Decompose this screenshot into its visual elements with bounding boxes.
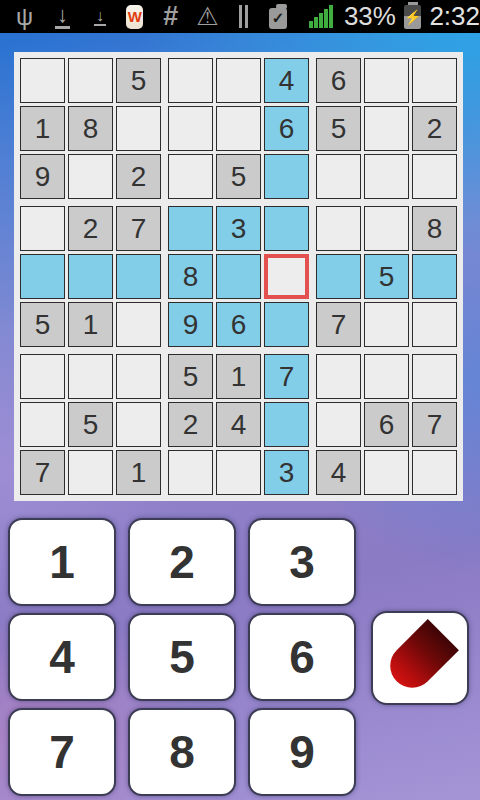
usb-icon: ψ [16,5,33,29]
cell-r3c2[interactable] [68,154,113,199]
clock-time: 2:32 [429,1,480,32]
box-6: 857 [316,206,457,347]
cell-r4c2[interactable]: 2 [68,206,113,251]
cell-r2c1[interactable]: 1 [20,106,65,151]
cell-r6c7[interactable]: 7 [316,302,361,347]
cell-r1c8[interactable] [364,58,409,103]
cell-r5c6[interactable] [264,254,309,299]
cell-r8c8[interactable]: 6 [364,402,409,447]
cell-r7c2[interactable] [68,354,113,399]
cell-r5c7[interactable] [316,254,361,299]
cell-r1c1[interactable] [20,58,65,103]
sim-bars-icon [239,5,251,28]
cell-r7c1[interactable] [20,354,65,399]
cell-r5c8[interactable]: 5 [364,254,409,299]
eraser-icon [381,619,459,697]
cell-r7c6[interactable]: 7 [264,354,309,399]
cell-r5c5[interactable] [216,254,261,299]
cell-r8c9[interactable]: 7 [412,402,457,447]
cell-r8c1[interactable] [20,402,65,447]
key-2[interactable]: 2 [128,518,236,606]
cell-r2c6[interactable]: 6 [264,106,309,151]
cell-r4c7[interactable] [316,206,361,251]
signal-strength-icon [309,5,334,28]
app-notification-icon: W [126,5,143,29]
cell-r3c4[interactable] [168,154,213,199]
cell-r3c7[interactable] [316,154,361,199]
cell-r1c4[interactable] [168,58,213,103]
cell-r8c7[interactable] [316,402,361,447]
box-3: 652 [316,58,457,199]
box-5: 3896 [168,206,309,347]
key-7[interactable]: 7 [8,708,116,796]
cell-r6c3[interactable] [116,302,161,347]
cell-r9c9[interactable] [412,450,457,495]
cell-r3c8[interactable] [364,154,409,199]
box-2: 465 [168,58,309,199]
key-3[interactable]: 3 [248,518,356,606]
box-7: 571 [20,354,161,495]
cell-r4c5[interactable]: 3 [216,206,261,251]
cell-r7c8[interactable] [364,354,409,399]
cell-r2c9[interactable]: 2 [412,106,457,151]
key-6[interactable]: 6 [248,613,356,701]
key-8[interactable]: 8 [128,708,236,796]
cell-r3c3[interactable]: 2 [116,154,161,199]
cell-r9c3[interactable]: 1 [116,450,161,495]
download-small-icon: ↓ [94,8,106,26]
key-9[interactable]: 9 [248,708,356,796]
cell-r7c9[interactable] [412,354,457,399]
cell-r9c7[interactable]: 4 [316,450,361,495]
cell-r6c4[interactable]: 9 [168,302,213,347]
box-8: 517243 [168,354,309,495]
cell-r9c8[interactable] [364,450,409,495]
cell-r2c3[interactable] [116,106,161,151]
cell-r1c5[interactable] [216,58,261,103]
cell-r8c6[interactable] [264,402,309,447]
warning-icon: ⚠ [196,4,218,29]
cell-r1c6[interactable]: 4 [264,58,309,103]
key-5[interactable]: 5 [128,613,236,701]
key-4[interactable]: 4 [8,613,116,701]
cell-r5c3[interactable] [116,254,161,299]
cell-r1c9[interactable] [412,58,457,103]
cell-r9c6[interactable]: 3 [264,450,309,495]
box-4: 2751 [20,206,161,347]
battery-percent: 33% [344,1,396,32]
cell-r7c5[interactable]: 1 [216,354,261,399]
cell-r7c4[interactable]: 5 [168,354,213,399]
cell-r6c9[interactable] [412,302,457,347]
cell-r5c9[interactable] [412,254,457,299]
cell-r4c3[interactable]: 7 [116,206,161,251]
cell-r3c5[interactable]: 5 [216,154,261,199]
cell-r1c3[interactable]: 5 [116,58,161,103]
cell-r1c2[interactable] [68,58,113,103]
cell-r2c4[interactable] [168,106,213,151]
cell-r4c1[interactable] [20,206,65,251]
hash-icon: # [163,3,178,30]
eraser-button[interactable] [371,611,469,705]
box-1: 51892 [20,58,161,199]
cell-r9c2[interactable] [68,450,113,495]
cell-r8c5[interactable]: 4 [216,402,261,447]
cell-r7c7[interactable] [316,354,361,399]
cell-r2c2[interactable]: 8 [68,106,113,151]
cell-r4c4[interactable] [168,206,213,251]
cell-r2c5[interactable] [216,106,261,151]
cell-r9c4[interactable] [168,450,213,495]
cell-r4c6[interactable] [264,206,309,251]
cell-r3c1[interactable]: 9 [20,154,65,199]
cell-r8c3[interactable] [116,402,161,447]
cell-r9c5[interactable] [216,450,261,495]
number-keypad: 123456789 [8,518,356,796]
cell-r6c5[interactable]: 6 [216,302,261,347]
clipboard-check-icon: ✓ [269,8,287,29]
key-1[interactable]: 1 [8,518,116,606]
sudoku-board: 5189246565227513896857571517243674 [20,58,457,495]
box-9: 674 [316,354,457,495]
cell-r8c4[interactable]: 2 [168,402,213,447]
cell-r7c3[interactable] [116,354,161,399]
cell-r9c1[interactable]: 7 [20,450,65,495]
cell-r2c7[interactable]: 5 [316,106,361,151]
cell-r5c1[interactable] [20,254,65,299]
charging-bolt-icon: ⚡ [404,9,421,25]
cell-r6c2[interactable]: 1 [68,302,113,347]
cell-r4c8[interactable] [364,206,409,251]
cell-r6c1[interactable]: 5 [20,302,65,347]
cell-r6c6[interactable] [264,302,309,347]
download-icon: ↓ [55,4,70,29]
cell-r5c4[interactable]: 8 [168,254,213,299]
cell-r6c8[interactable] [364,302,409,347]
cell-r8c2[interactable]: 5 [68,402,113,447]
cell-r3c6[interactable] [264,154,309,199]
cell-r2c8[interactable] [364,106,409,151]
sudoku-board-frame: 5189246565227513896857571517243674 [14,52,463,501]
cell-r5c2[interactable] [68,254,113,299]
cell-r4c9[interactable]: 8 [412,206,457,251]
cell-r3c9[interactable] [412,154,457,199]
battery-icon: ⚡ [404,5,421,29]
cell-r1c7[interactable]: 6 [316,58,361,103]
status-bar: ψ ↓ ↓ W # ⚠ ✓ 33% ⚡ 2:32 [0,0,480,33]
